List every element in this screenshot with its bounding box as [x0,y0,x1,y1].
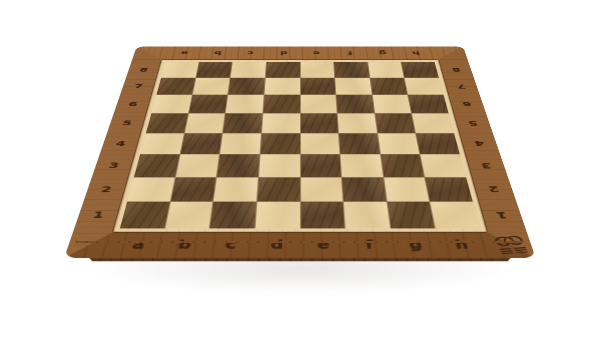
square-h7 [405,78,444,95]
rank-label-left-5: 5 [108,113,146,133]
rank-label-right-4: 4 [460,133,499,154]
square-f3 [341,155,383,177]
square-b6 [189,95,228,113]
file-label-top-c: c [233,47,267,59]
square-h2 [426,177,473,201]
square-e3 [301,155,342,177]
square-h1 [431,202,480,228]
square-e4 [301,133,340,154]
square-b8 [196,62,232,78]
square-d6 [263,95,299,113]
rank-label-right-5: 5 [454,113,492,133]
square-f5 [338,113,377,132]
square-h4 [416,133,459,154]
rank-label-left-1: 1 [75,202,120,229]
square-e8 [300,62,334,78]
board-surface: abcdefgh abcdefgh 87654321 87654321 [64,46,536,258]
square-b2 [171,177,217,201]
square-h8 [402,62,439,78]
square-g4 [378,133,420,154]
square-a8 [161,62,198,78]
rank-label-left-3: 3 [93,154,134,177]
maker-logo-icon [489,234,534,257]
file-label-bottom-b: b [159,232,209,257]
square-a3 [134,155,179,177]
square-g2 [384,177,430,201]
square-d3 [259,155,300,177]
file-label-top-d: d [267,47,300,59]
board-grid [120,62,480,229]
square-e6 [300,95,336,113]
square-f4 [339,133,379,154]
square-g6 [373,95,412,113]
square-d4 [260,133,299,154]
square-h3 [421,155,466,177]
square-e5 [300,113,338,132]
rank-label-left-2: 2 [85,177,128,202]
square-c7 [228,78,264,95]
file-label-top-e: e [300,47,333,59]
file-label-bottom-h: h [436,232,488,257]
square-d7 [264,78,299,95]
rank-label-right-7: 7 [444,78,479,95]
rank-label-left-8: 8 [127,62,160,78]
square-a4 [140,133,183,154]
square-d5 [262,113,300,132]
file-label-top-g: g [365,47,400,59]
square-a5 [146,113,188,132]
square-g5 [375,113,415,132]
square-d8 [266,62,300,78]
rank-labels-right: 87654321 [440,62,525,229]
file-label-bottom-e: e [300,232,347,257]
square-a1 [120,202,169,228]
square-b1 [165,202,213,228]
rank-label-right-1: 1 [480,202,525,229]
rank-label-left-4: 4 [101,133,140,154]
square-b4 [180,133,222,154]
file-label-bottom-c: c [206,232,255,257]
square-e1 [301,202,345,228]
square-b7 [193,78,230,95]
square-f2 [342,177,386,201]
rank-labels-left: 87654321 [75,62,160,229]
square-e2 [301,177,343,201]
square-h6 [409,95,449,113]
square-c2 [214,177,258,201]
square-g3 [381,155,425,177]
square-a2 [127,177,174,201]
rank-label-right-3: 3 [466,154,507,177]
square-f8 [334,62,369,78]
file-label-top-b: b [200,47,235,59]
square-c3 [217,155,259,177]
square-h5 [412,113,454,132]
square-f1 [344,202,390,228]
square-a7 [157,78,196,95]
square-c1 [210,202,256,228]
rank-label-right-8: 8 [440,62,473,78]
file-labels-top: abcdefgh [166,47,434,59]
file-label-bottom-f: f [345,232,394,257]
file-label-bottom-g: g [391,232,441,257]
square-a6 [151,95,191,113]
square-g7 [370,78,407,95]
rank-label-right-2: 2 [473,177,516,202]
square-c8 [231,62,266,78]
file-label-top-f: f [333,47,367,59]
square-b5 [185,113,225,132]
square-f7 [335,78,371,95]
square-g1 [387,202,435,228]
file-label-top-a: a [166,47,202,59]
chessboard: abcdefgh abcdefgh 87654321 87654321 [64,46,536,258]
square-f6 [336,95,374,113]
rank-label-left-6: 6 [115,95,151,113]
file-labels-bottom: abcdefgh [112,232,488,257]
square-d2 [257,177,299,201]
file-label-bottom-a: a [112,232,164,257]
rank-label-right-6: 6 [449,95,485,113]
square-e7 [300,78,335,95]
product-photo-canvas: abcdefgh abcdefgh 87654321 87654321 [0,0,600,339]
square-c6 [226,95,264,113]
square-g8 [368,62,404,78]
file-label-bottom-d: d [253,232,300,257]
square-b3 [176,155,220,177]
square-d1 [255,202,299,228]
square-c4 [220,133,260,154]
square-c5 [223,113,262,132]
file-label-top-h: h [398,47,434,59]
chessboard-scene: abcdefgh abcdefgh 87654321 87654321 [107,0,493,326]
rank-label-left-7: 7 [121,78,156,95]
